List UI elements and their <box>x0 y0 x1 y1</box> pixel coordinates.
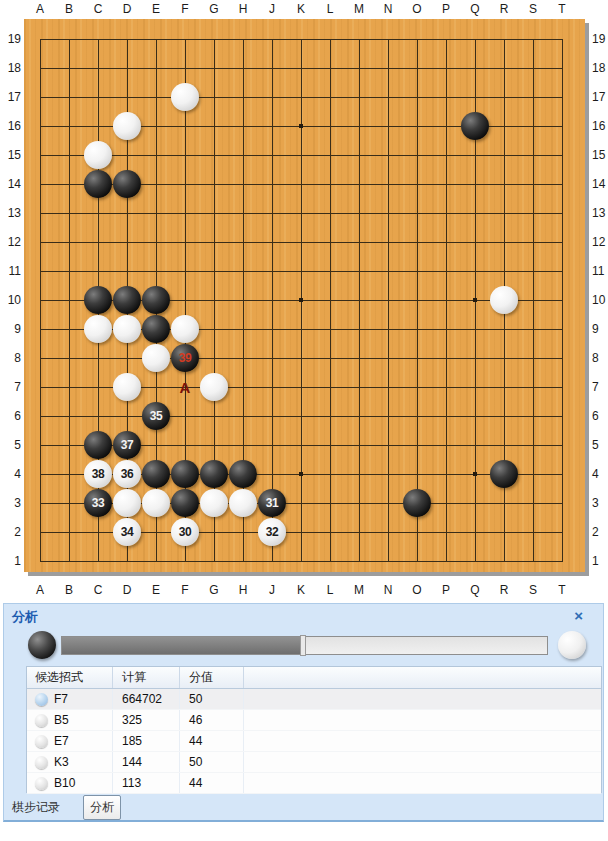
score-value: 44 <box>180 773 244 793</box>
coord-left-16: 16 <box>0 118 21 134</box>
stone-white-D7 <box>113 373 141 401</box>
move-number-39: 39 <box>171 344 199 372</box>
coord-right-19: 19 <box>592 31 608 47</box>
candidate-stone-icon <box>35 714 48 727</box>
stone-white-C4: 38 <box>84 460 112 488</box>
close-icon[interactable]: × <box>574 607 583 624</box>
coord-bottom-D: D <box>123 582 132 598</box>
coord-right-11: 11 <box>592 263 608 279</box>
move-number-30: 30 <box>171 518 199 546</box>
candidate-stone-icon <box>35 777 48 790</box>
table-rows: F766470250B532546E718544K314450B1011344 <box>27 689 601 794</box>
move-number-36: 36 <box>113 460 141 488</box>
coord-top-R: R <box>500 1 509 17</box>
calculations-value: 144 <box>113 752 180 772</box>
stone-black-Q16 <box>461 112 489 140</box>
candidate-stone-icon <box>35 756 48 769</box>
stone-black-G4 <box>200 460 228 488</box>
analysis-row-K3[interactable]: K314450 <box>27 752 601 773</box>
candidate-move-label: K3 <box>54 752 69 772</box>
move-number-31: 31 <box>258 489 286 517</box>
coord-right-7: 7 <box>592 379 608 395</box>
coord-left-11: 11 <box>0 263 21 279</box>
tab-move-record[interactable]: 棋步记录 <box>12 799 60 816</box>
coord-left-14: 14 <box>0 176 21 192</box>
stone-black-E10 <box>142 286 170 314</box>
coord-right-10: 10 <box>592 292 608 308</box>
coord-top-K: K <box>297 1 305 17</box>
header-candidate-move: 候选招式 <box>27 667 113 688</box>
move-number-37: 37 <box>113 431 141 459</box>
stone-white-D3 <box>113 489 141 517</box>
table-header-row: 候选招式 计算 分值 <box>27 667 601 689</box>
coord-left-19: 19 <box>0 31 21 47</box>
candidate-moves-table: 候选招式 计算 分值 F766470250B532546E718544K3144… <box>26 666 602 793</box>
stone-black-F3 <box>171 489 199 517</box>
coord-left-9: 9 <box>0 321 21 337</box>
coord-bottom-J: J <box>269 582 275 598</box>
candidate-stone-icon <box>35 693 48 706</box>
stone-black-O3 <box>403 489 431 517</box>
go-board-section: AABBCCDDEEFFGGHHJJKKLLMMNNOOPPQQRRSSTT19… <box>0 0 608 600</box>
empty-cell <box>244 731 601 751</box>
coord-bottom-C: C <box>94 582 103 598</box>
stone-black-J3: 31 <box>258 489 286 517</box>
panel-tab-bar: 棋步记录 分析 <box>4 793 603 820</box>
coord-left-17: 17 <box>0 89 21 105</box>
coord-left-15: 15 <box>0 147 21 163</box>
candidate-move-cell: K3 <box>27 752 113 772</box>
empty-cell <box>244 752 601 772</box>
candidate-stone-icon <box>35 735 48 748</box>
coord-top-G: G <box>209 1 218 17</box>
stone-black-C5 <box>84 431 112 459</box>
coord-left-7: 7 <box>0 379 21 395</box>
stone-white-D16 <box>113 112 141 140</box>
stone-black-F8: 39 <box>171 344 199 372</box>
coord-right-17: 17 <box>592 89 608 105</box>
header-score: 分值 <box>180 667 244 688</box>
coord-bottom-L: L <box>327 582 334 598</box>
coord-bottom-F: F <box>181 582 188 598</box>
coord-left-8: 8 <box>0 350 21 366</box>
score-value: 50 <box>180 752 244 772</box>
calculations-value: 325 <box>113 710 180 730</box>
stone-white-J2: 32 <box>258 518 286 546</box>
coord-left-6: 6 <box>0 408 21 424</box>
coord-top-B: B <box>65 1 73 17</box>
star-point-K4 <box>299 472 303 476</box>
go-board[interactable]: 39353738363331343032A <box>24 19 585 572</box>
move-number-35: 35 <box>142 402 170 430</box>
coord-bottom-Q: Q <box>470 582 479 598</box>
winrate-handle[interactable] <box>300 635 306 656</box>
analysis-panel-title: 分析 <box>12 608 38 626</box>
candidate-move-cell: B5 <box>27 710 113 730</box>
analysis-row-B10[interactable]: B1011344 <box>27 773 601 794</box>
coord-left-1: 1 <box>0 553 21 569</box>
coord-bottom-O: O <box>412 582 421 598</box>
analysis-row-F7[interactable]: F766470250 <box>27 689 601 710</box>
stone-black-D5: 37 <box>113 431 141 459</box>
coord-left-3: 3 <box>0 495 21 511</box>
empty-cell <box>244 689 601 709</box>
stone-white-C9 <box>84 315 112 343</box>
coord-top-N: N <box>384 1 393 17</box>
coord-right-6: 6 <box>592 408 608 424</box>
stone-white-D2: 34 <box>113 518 141 546</box>
coord-top-H: H <box>239 1 248 17</box>
coord-bottom-H: H <box>239 582 248 598</box>
stone-black-H4 <box>229 460 257 488</box>
winrate-bar[interactable] <box>61 636 548 655</box>
coord-bottom-M: M <box>354 582 364 598</box>
candidate-move-cell: F7 <box>27 689 113 709</box>
coord-right-2: 2 <box>592 524 608 540</box>
coord-top-P: P <box>442 1 450 17</box>
candidate-move-label: B10 <box>54 773 75 793</box>
calculations-value: 185 <box>113 731 180 751</box>
score-value: 50 <box>180 689 244 709</box>
black-stone-icon <box>28 631 56 659</box>
stone-black-F4 <box>171 460 199 488</box>
empty-cell <box>244 773 601 793</box>
coord-right-18: 18 <box>592 60 608 76</box>
stone-black-D14 <box>113 170 141 198</box>
move-number-32: 32 <box>258 518 286 546</box>
coord-right-9: 9 <box>592 321 608 337</box>
stone-white-C15 <box>84 141 112 169</box>
stone-white-H3 <box>229 489 257 517</box>
stone-white-D9 <box>113 315 141 343</box>
star-point-Q4 <box>473 472 477 476</box>
coord-bottom-N: N <box>384 582 393 598</box>
move-number-34: 34 <box>113 518 141 546</box>
coord-left-13: 13 <box>0 205 21 221</box>
stone-white-E8 <box>142 344 170 372</box>
stone-white-F9 <box>171 315 199 343</box>
coord-right-15: 15 <box>592 147 608 163</box>
stone-black-D10 <box>113 286 141 314</box>
coord-top-D: D <box>123 1 132 17</box>
coord-right-12: 12 <box>592 234 608 250</box>
white-stone-icon <box>558 631 586 659</box>
stone-white-G3 <box>200 489 228 517</box>
analysis-row-B5[interactable]: B532546 <box>27 710 601 731</box>
star-point-K16 <box>299 124 303 128</box>
coord-bottom-G: G <box>209 582 218 598</box>
score-value: 44 <box>180 731 244 751</box>
stone-black-R4 <box>490 460 518 488</box>
coord-left-12: 12 <box>0 234 21 250</box>
candidate-move-label: B5 <box>54 710 69 730</box>
coord-top-C: C <box>94 1 103 17</box>
star-point-Q10 <box>473 298 477 302</box>
empty-cell <box>244 710 601 730</box>
coord-top-T: T <box>558 1 565 17</box>
board-mark-A: A <box>180 379 191 396</box>
candidate-move-label: F7 <box>54 689 68 709</box>
coord-bottom-T: T <box>558 582 565 598</box>
stone-black-C14 <box>84 170 112 198</box>
coord-top-M: M <box>354 1 364 17</box>
stone-black-C10 <box>84 286 112 314</box>
candidate-move-cell: B10 <box>27 773 113 793</box>
header-calculations: 计算 <box>113 667 180 688</box>
coord-left-2: 2 <box>0 524 21 540</box>
calculations-value: 664702 <box>113 689 180 709</box>
coord-top-E: E <box>152 1 160 17</box>
coord-bottom-E: E <box>152 582 160 598</box>
coord-bottom-K: K <box>297 582 305 598</box>
coord-left-18: 18 <box>0 60 21 76</box>
stone-white-F17 <box>171 83 199 111</box>
coord-right-3: 3 <box>592 495 608 511</box>
tab-analysis[interactable]: 分析 <box>83 795 121 820</box>
stone-white-R10 <box>490 286 518 314</box>
coord-left-5: 5 <box>0 437 21 453</box>
coord-bottom-S: S <box>529 582 537 598</box>
coord-right-14: 14 <box>592 176 608 192</box>
coord-top-A: A <box>36 1 44 17</box>
coord-bottom-R: R <box>500 582 509 598</box>
move-number-38: 38 <box>84 460 112 488</box>
calculations-value: 113 <box>113 773 180 793</box>
coord-top-L: L <box>327 1 334 17</box>
coord-left-4: 4 <box>0 466 21 482</box>
stone-white-G7 <box>200 373 228 401</box>
coord-top-O: O <box>412 1 421 17</box>
coord-bottom-A: A <box>36 582 44 598</box>
stone-black-E9 <box>142 315 170 343</box>
coord-right-8: 8 <box>592 350 608 366</box>
move-number-33: 33 <box>84 489 112 517</box>
coord-right-16: 16 <box>592 118 608 134</box>
header-empty <box>244 667 601 688</box>
winrate-black-fill <box>62 637 302 654</box>
stone-white-D4: 36 <box>113 460 141 488</box>
stone-white-E3 <box>142 489 170 517</box>
stone-black-E6: 35 <box>142 402 170 430</box>
coord-top-J: J <box>269 1 275 17</box>
coord-top-S: S <box>529 1 537 17</box>
stone-black-C3: 33 <box>84 489 112 517</box>
coord-left-10: 10 <box>0 292 21 308</box>
coord-top-F: F <box>181 1 188 17</box>
score-value: 46 <box>180 710 244 730</box>
coord-bottom-P: P <box>442 582 450 598</box>
star-point-K10 <box>299 298 303 302</box>
coord-right-13: 13 <box>592 205 608 221</box>
analysis-row-E7[interactable]: E718544 <box>27 731 601 752</box>
coord-right-1: 1 <box>592 553 608 569</box>
stone-black-E4 <box>142 460 170 488</box>
candidate-move-cell: E7 <box>27 731 113 751</box>
stone-white-F2: 30 <box>171 518 199 546</box>
coord-right-5: 5 <box>592 437 608 453</box>
coord-top-Q: Q <box>470 1 479 17</box>
analysis-panel: 分析 × 候选招式 计算 分值 F766470250B532546E718544… <box>3 603 604 822</box>
coord-bottom-B: B <box>65 582 73 598</box>
candidate-move-label: E7 <box>54 731 69 751</box>
coord-right-4: 4 <box>592 466 608 482</box>
